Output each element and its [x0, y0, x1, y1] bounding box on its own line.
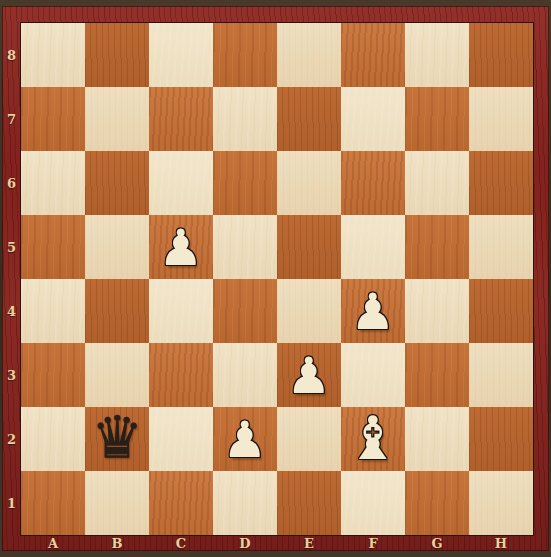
square-f1[interactable] [341, 471, 405, 535]
square-h6[interactable] [469, 151, 533, 215]
square-c4[interactable] [149, 279, 213, 343]
square-h4[interactable] [469, 279, 533, 343]
square-h3[interactable] [469, 343, 533, 407]
square-f5[interactable] [341, 215, 405, 279]
file-label-e: E [277, 535, 341, 551]
square-a7[interactable] [21, 87, 85, 151]
square-h5[interactable] [469, 215, 533, 279]
square-g1[interactable] [405, 471, 469, 535]
square-c3[interactable] [149, 343, 213, 407]
square-g4[interactable] [405, 279, 469, 343]
square-e8[interactable] [277, 23, 341, 87]
file-labels: ABCDEFGH [21, 535, 533, 551]
rank-labels: 87654321 [2, 23, 21, 535]
square-h1[interactable] [469, 471, 533, 535]
chessboard-app: 87654321 ABCDEFGH ♟♟♟♛♟♝ [0, 0, 551, 557]
square-e3[interactable]: ♟ [277, 343, 341, 407]
rank-label-1: 1 [2, 471, 21, 535]
rank-label-2: 2 [2, 407, 21, 471]
square-b3[interactable] [85, 343, 149, 407]
file-label-b: B [85, 535, 149, 551]
square-b4[interactable] [85, 279, 149, 343]
piece-white-pawn: ♟ [223, 415, 268, 465]
square-c8[interactable] [149, 23, 213, 87]
file-label-g: G [405, 535, 469, 551]
square-b2[interactable]: ♛ [85, 407, 149, 471]
square-c7[interactable] [149, 87, 213, 151]
square-c6[interactable] [149, 151, 213, 215]
square-b6[interactable] [85, 151, 149, 215]
square-h8[interactable] [469, 23, 533, 87]
square-e6[interactable] [277, 151, 341, 215]
file-label-a: A [21, 535, 85, 551]
board-frame: 87654321 ABCDEFGH ♟♟♟♛♟♝ [2, 6, 549, 551]
square-g3[interactable] [405, 343, 469, 407]
square-d2[interactable]: ♟ [213, 407, 277, 471]
square-c5[interactable]: ♟ [149, 215, 213, 279]
rank-label-4: 4 [2, 279, 21, 343]
square-d6[interactable] [213, 151, 277, 215]
square-g6[interactable] [405, 151, 469, 215]
square-b5[interactable] [85, 215, 149, 279]
rank-label-8: 8 [2, 23, 21, 87]
square-f2[interactable]: ♝ [341, 407, 405, 471]
square-g7[interactable] [405, 87, 469, 151]
square-g5[interactable] [405, 215, 469, 279]
rank-label-7: 7 [2, 87, 21, 151]
rank-label-3: 3 [2, 343, 21, 407]
square-d8[interactable] [213, 23, 277, 87]
piece-white-bishop: ♝ [346, 408, 400, 468]
square-d4[interactable] [213, 279, 277, 343]
square-h2[interactable] [469, 407, 533, 471]
square-c2[interactable] [149, 407, 213, 471]
square-g2[interactable] [405, 407, 469, 471]
piece-white-pawn: ♟ [287, 351, 332, 401]
chess-board: ♟♟♟♛♟♝ [21, 23, 533, 535]
square-f8[interactable] [341, 23, 405, 87]
square-d7[interactable] [213, 87, 277, 151]
square-f3[interactable] [341, 343, 405, 407]
square-a3[interactable] [21, 343, 85, 407]
file-label-c: C [149, 535, 213, 551]
file-label-h: H [469, 535, 533, 551]
piece-black-queen: ♛ [91, 408, 143, 466]
square-f4[interactable]: ♟ [341, 279, 405, 343]
square-b8[interactable] [85, 23, 149, 87]
file-label-f: F [341, 535, 405, 551]
rank-label-6: 6 [2, 151, 21, 215]
square-c1[interactable] [149, 471, 213, 535]
square-b1[interactable] [85, 471, 149, 535]
piece-white-pawn: ♟ [351, 287, 396, 337]
square-b7[interactable] [85, 87, 149, 151]
rank-label-5: 5 [2, 215, 21, 279]
square-a6[interactable] [21, 151, 85, 215]
square-a4[interactable] [21, 279, 85, 343]
square-e5[interactable] [277, 215, 341, 279]
square-e2[interactable] [277, 407, 341, 471]
square-g8[interactable] [405, 23, 469, 87]
square-a2[interactable] [21, 407, 85, 471]
square-d5[interactable] [213, 215, 277, 279]
piece-white-pawn: ♟ [159, 223, 204, 273]
square-e4[interactable] [277, 279, 341, 343]
square-e1[interactable] [277, 471, 341, 535]
square-e7[interactable] [277, 87, 341, 151]
square-d3[interactable] [213, 343, 277, 407]
square-f7[interactable] [341, 87, 405, 151]
square-h7[interactable] [469, 87, 533, 151]
file-label-d: D [213, 535, 277, 551]
square-f6[interactable] [341, 151, 405, 215]
square-a8[interactable] [21, 23, 85, 87]
square-a5[interactable] [21, 215, 85, 279]
square-a1[interactable] [21, 471, 85, 535]
square-d1[interactable] [213, 471, 277, 535]
